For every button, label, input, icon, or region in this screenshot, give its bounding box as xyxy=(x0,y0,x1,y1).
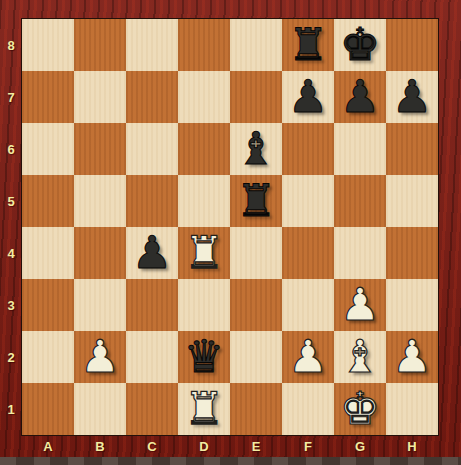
square-c2[interactable] xyxy=(126,331,178,383)
square-g1[interactable]: ♚ xyxy=(334,383,386,435)
square-c5[interactable] xyxy=(126,175,178,227)
file-label-a: A xyxy=(22,435,74,457)
rank-label-8: 8 xyxy=(0,19,22,71)
square-a7[interactable] xyxy=(22,71,74,123)
square-c8[interactable] xyxy=(126,19,178,71)
square-h5[interactable] xyxy=(386,175,438,227)
piece-black-bishop-e6[interactable]: ♝ xyxy=(236,123,276,175)
square-f2[interactable]: ♟ xyxy=(282,331,334,383)
square-g4[interactable] xyxy=(334,227,386,279)
rank-label-5: 5 xyxy=(0,175,22,227)
chess-board-frame: ♜♚♟♟♟♝♜♟♜♟♟♛♟♝♟♜♚ 87654321 ABCDEFGH xyxy=(0,0,461,465)
piece-white-rook-d4[interactable]: ♜ xyxy=(184,227,224,279)
square-b5[interactable] xyxy=(74,175,126,227)
square-g7[interactable]: ♟ xyxy=(334,71,386,123)
board-bottom-edge xyxy=(0,457,461,465)
piece-black-pawn-f7[interactable]: ♟ xyxy=(288,71,328,123)
square-b1[interactable] xyxy=(74,383,126,435)
rank-label-3: 3 xyxy=(0,279,22,331)
square-e4[interactable] xyxy=(230,227,282,279)
square-g3[interactable]: ♟ xyxy=(334,279,386,331)
square-c3[interactable] xyxy=(126,279,178,331)
square-b7[interactable] xyxy=(74,71,126,123)
rank-label-1: 1 xyxy=(0,383,22,435)
piece-white-pawn-f2[interactable]: ♟ xyxy=(288,331,328,383)
file-label-g: G xyxy=(334,435,386,457)
square-e5[interactable]: ♜ xyxy=(230,175,282,227)
piece-white-rook-d1[interactable]: ♜ xyxy=(184,383,224,435)
square-e7[interactable] xyxy=(230,71,282,123)
square-d5[interactable] xyxy=(178,175,230,227)
square-e2[interactable] xyxy=(230,331,282,383)
square-h4[interactable] xyxy=(386,227,438,279)
square-f1[interactable] xyxy=(282,383,334,435)
square-c6[interactable] xyxy=(126,123,178,175)
piece-black-queen-d2[interactable]: ♛ xyxy=(184,331,224,383)
square-g6[interactable] xyxy=(334,123,386,175)
piece-white-bishop-g2[interactable]: ♝ xyxy=(340,331,380,383)
piece-black-pawn-c4[interactable]: ♟ xyxy=(132,227,172,279)
piece-white-pawn-h2[interactable]: ♟ xyxy=(392,331,432,383)
square-h3[interactable] xyxy=(386,279,438,331)
square-a1[interactable] xyxy=(22,383,74,435)
square-c7[interactable] xyxy=(126,71,178,123)
square-d7[interactable] xyxy=(178,71,230,123)
square-a4[interactable] xyxy=(22,227,74,279)
square-a2[interactable] xyxy=(22,331,74,383)
square-f8[interactable]: ♜ xyxy=(282,19,334,71)
rank-label-7: 7 xyxy=(0,71,22,123)
chess-board: ♜♚♟♟♟♝♜♟♜♟♟♛♟♝♟♜♚ xyxy=(22,19,438,435)
square-a5[interactable] xyxy=(22,175,74,227)
file-label-b: B xyxy=(74,435,126,457)
square-b8[interactable] xyxy=(74,19,126,71)
square-d2[interactable]: ♛ xyxy=(178,331,230,383)
square-f5[interactable] xyxy=(282,175,334,227)
file-label-f: F xyxy=(282,435,334,457)
square-b4[interactable] xyxy=(74,227,126,279)
square-h1[interactable] xyxy=(386,383,438,435)
piece-black-pawn-g7[interactable]: ♟ xyxy=(340,71,380,123)
square-h6[interactable] xyxy=(386,123,438,175)
square-d6[interactable] xyxy=(178,123,230,175)
square-e8[interactable] xyxy=(230,19,282,71)
square-g5[interactable] xyxy=(334,175,386,227)
square-b2[interactable]: ♟ xyxy=(74,331,126,383)
file-label-e: E xyxy=(230,435,282,457)
square-f7[interactable]: ♟ xyxy=(282,71,334,123)
piece-black-rook-e5[interactable]: ♜ xyxy=(236,175,276,227)
square-b6[interactable] xyxy=(74,123,126,175)
square-d8[interactable] xyxy=(178,19,230,71)
square-a3[interactable] xyxy=(22,279,74,331)
square-c1[interactable] xyxy=(126,383,178,435)
square-a6[interactable] xyxy=(22,123,74,175)
piece-white-pawn-g3[interactable]: ♟ xyxy=(340,279,380,331)
file-label-d: D xyxy=(178,435,230,457)
square-g2[interactable]: ♝ xyxy=(334,331,386,383)
piece-black-rook-f8[interactable]: ♜ xyxy=(288,19,328,71)
square-g8[interactable]: ♚ xyxy=(334,19,386,71)
square-h2[interactable]: ♟ xyxy=(386,331,438,383)
file-label-c: C xyxy=(126,435,178,457)
square-f3[interactable] xyxy=(282,279,334,331)
square-d1[interactable]: ♜ xyxy=(178,383,230,435)
file-label-h: H xyxy=(386,435,438,457)
square-f6[interactable] xyxy=(282,123,334,175)
square-h8[interactable] xyxy=(386,19,438,71)
square-e3[interactable] xyxy=(230,279,282,331)
square-a8[interactable] xyxy=(22,19,74,71)
piece-white-king-g1[interactable]: ♚ xyxy=(340,383,380,435)
piece-black-king-g8[interactable]: ♚ xyxy=(340,19,380,71)
square-b3[interactable] xyxy=(74,279,126,331)
piece-white-pawn-b2[interactable]: ♟ xyxy=(80,331,120,383)
square-h7[interactable]: ♟ xyxy=(386,71,438,123)
rank-label-6: 6 xyxy=(0,123,22,175)
square-d3[interactable] xyxy=(178,279,230,331)
square-d4[interactable]: ♜ xyxy=(178,227,230,279)
square-e6[interactable]: ♝ xyxy=(230,123,282,175)
piece-black-pawn-h7[interactable]: ♟ xyxy=(392,71,432,123)
square-e1[interactable] xyxy=(230,383,282,435)
rank-label-2: 2 xyxy=(0,331,22,383)
square-c4[interactable]: ♟ xyxy=(126,227,178,279)
square-f4[interactable] xyxy=(282,227,334,279)
rank-label-4: 4 xyxy=(0,227,22,279)
